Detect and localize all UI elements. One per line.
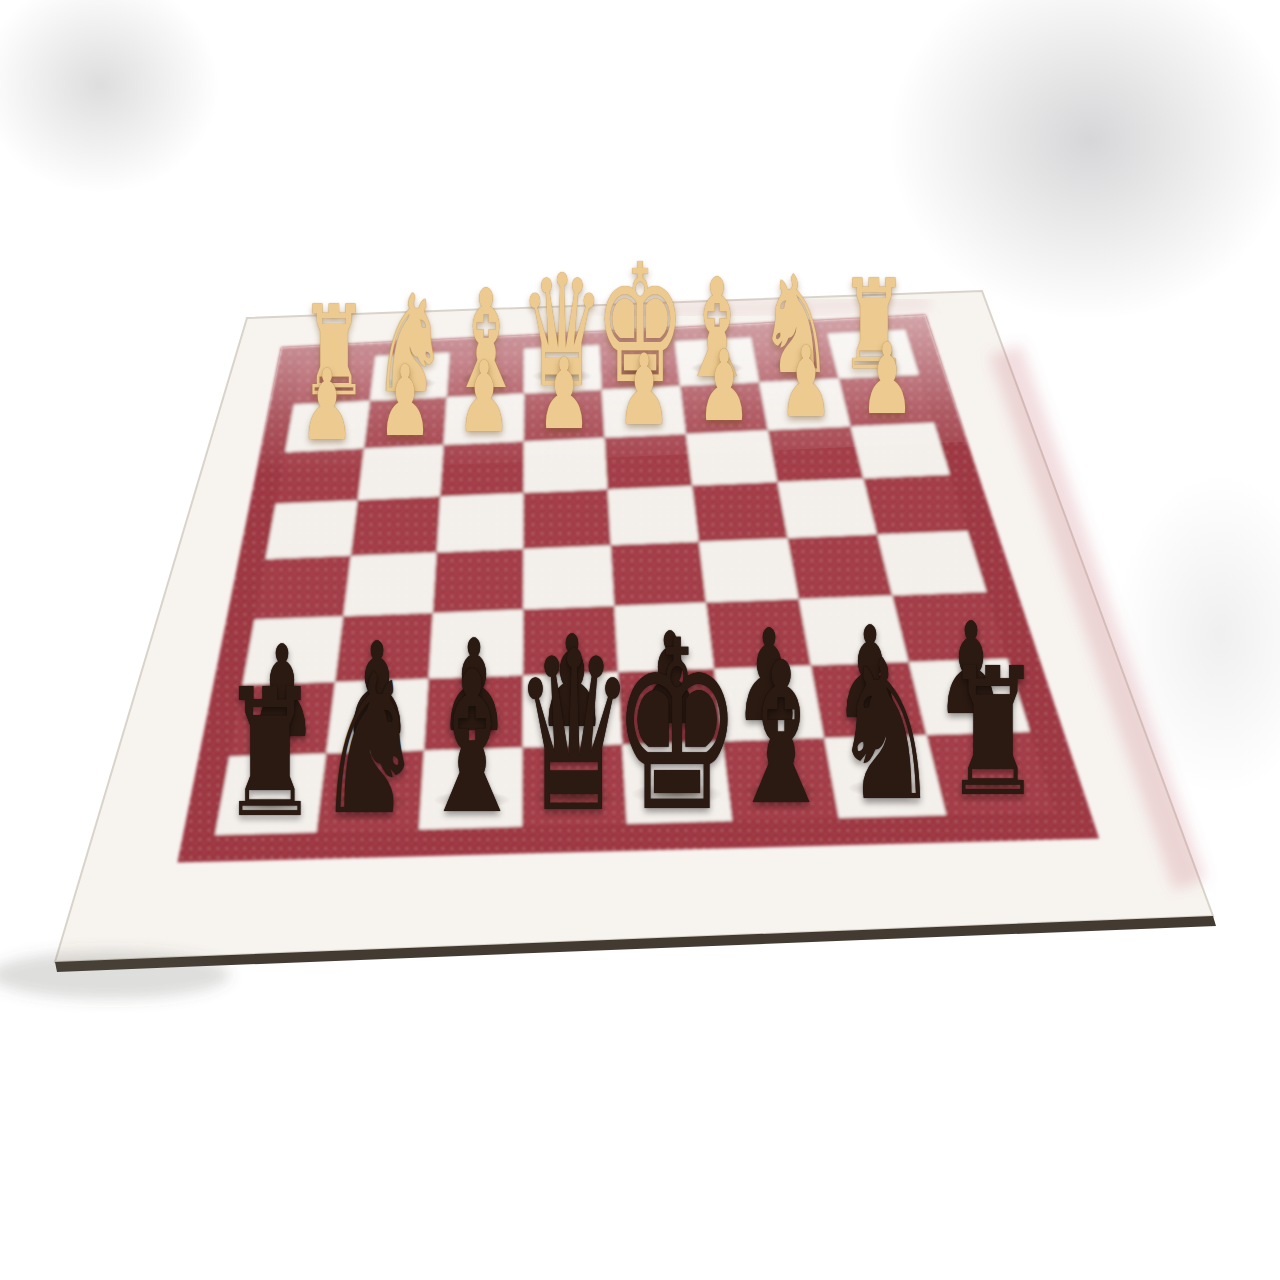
chess-set-photo: ♜♞♝♛♚♝♞♜♟♟♟♟♟♟♟♟♟♟♟♟♟♟♟♟♜♞♝♛♚♝♞♜ bbox=[0, 0, 1280, 1280]
piece-light-pawn: ♟ bbox=[300, 356, 354, 454]
piece-dark-knight: ♞ bbox=[833, 635, 940, 828]
piece-light-pawn: ♟ bbox=[860, 330, 914, 428]
piece-dark-knight: ♞ bbox=[317, 650, 424, 843]
piece-dark-bishop: ♝ bbox=[417, 645, 525, 841]
piece-light-pawn: ♟ bbox=[697, 338, 751, 436]
piece-dark-rook: ♜ bbox=[221, 666, 319, 843]
piece-light-pawn: ♟ bbox=[778, 334, 832, 432]
piece-light-pawn: ♟ bbox=[537, 345, 591, 443]
piece-light-pawn: ♟ bbox=[378, 352, 432, 450]
piece-light-pawn: ♟ bbox=[457, 349, 511, 447]
piece-dark-bishop: ♝ bbox=[727, 636, 835, 832]
piece-light-pawn: ♟ bbox=[617, 341, 671, 439]
piece-dark-king: ♚ bbox=[612, 608, 742, 843]
pieces-layer: ♜♞♝♛♚♝♞♜♟♟♟♟♟♟♟♟♟♟♟♟♟♟♟♟♜♞♝♛♚♝♞♜ bbox=[0, 0, 1280, 1280]
piece-dark-rook: ♜ bbox=[944, 645, 1042, 822]
